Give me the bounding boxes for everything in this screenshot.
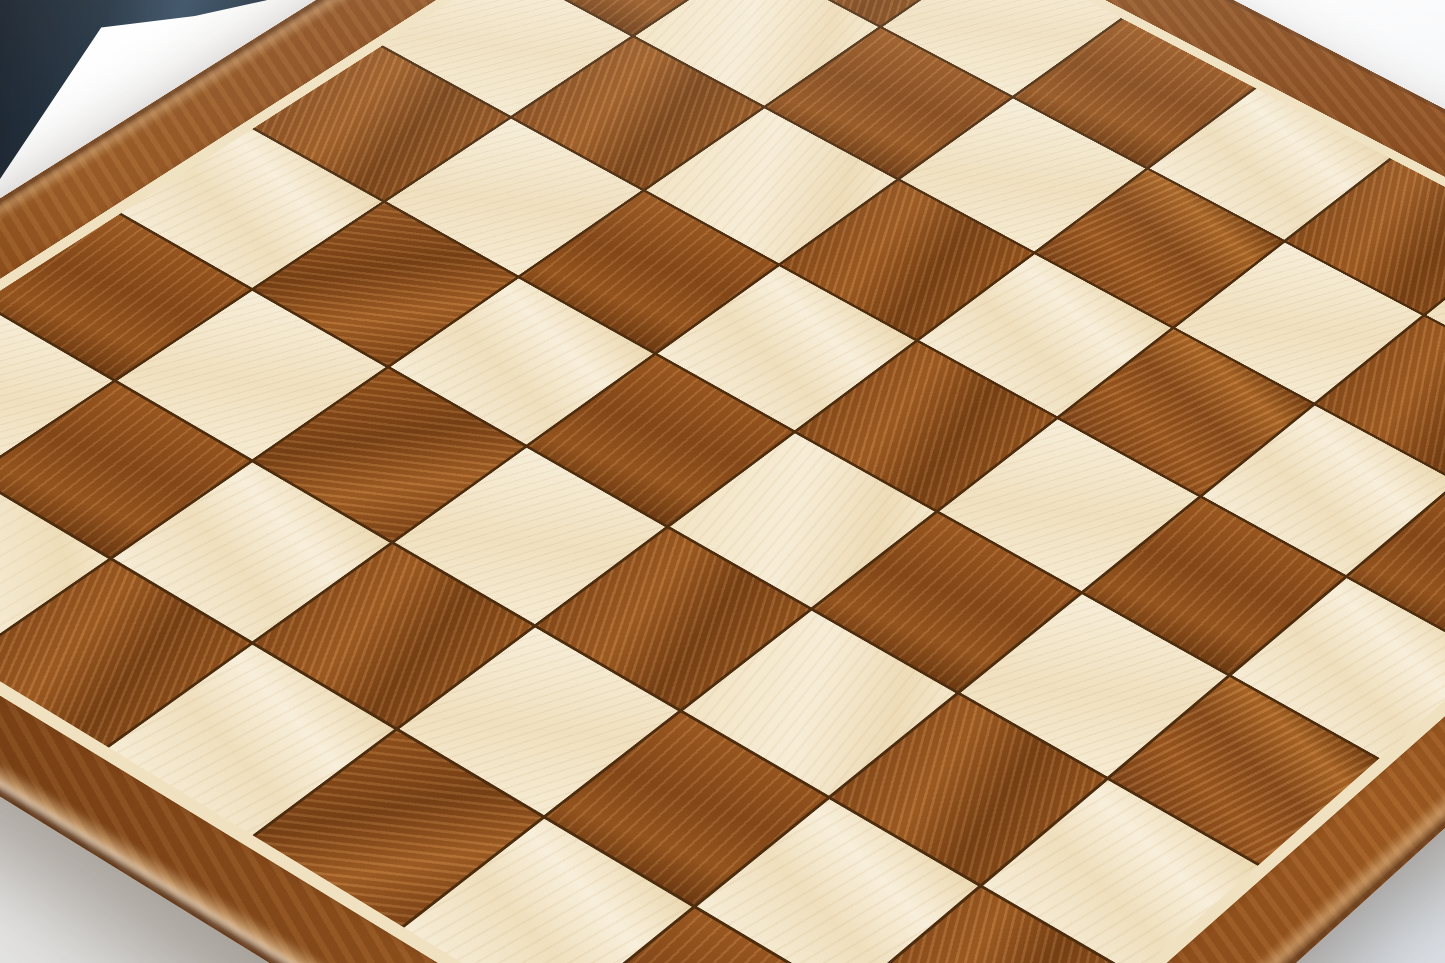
photo-scene xyxy=(0,0,1445,963)
chess-board xyxy=(0,0,1445,963)
maple-inlay-border xyxy=(0,0,1445,963)
board-frame xyxy=(0,0,1445,963)
board-field[interactable] xyxy=(0,0,1445,963)
